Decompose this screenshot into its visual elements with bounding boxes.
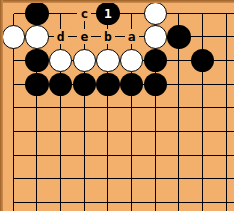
intersection-c3-r2[interactable]: d (49, 25, 73, 49)
intersection-c8-r2[interactable] (167, 25, 191, 49)
intersection-c1-r3[interactable] (2, 49, 26, 73)
board-frame-top (0, 0, 234, 3)
go-diagram: c1deba (0, 0, 234, 211)
white-stone (144, 25, 167, 48)
intersection-c6-r6[interactable] (120, 120, 144, 144)
intersection-c6-r2[interactable]: a (120, 25, 144, 49)
intersection-c7-r1[interactable] (143, 2, 167, 26)
intersection-c8-r3[interactable] (167, 49, 191, 73)
intersection-c3-r3[interactable] (49, 49, 73, 73)
white-stone (49, 49, 72, 72)
white-stone (96, 49, 119, 72)
intersection-c8-r9[interactable] (167, 191, 191, 211)
go-board: c1deba (2, 2, 235, 212)
intersection-c1-r9[interactable] (2, 191, 26, 211)
intersection-c1-r5[interactable] (2, 96, 26, 120)
black-stone (96, 73, 119, 96)
intersection-c3-r4[interactable] (49, 72, 73, 96)
intersection-c9-r3[interactable] (191, 49, 215, 73)
intersection-c8-r7[interactable] (167, 143, 191, 167)
intersection-c10-r1[interactable] (214, 2, 234, 26)
intersection-c2-r3[interactable] (25, 49, 49, 73)
black-stone (120, 73, 143, 96)
intersection-c6-r7[interactable] (120, 143, 144, 167)
intersection-c4-r7[interactable] (72, 143, 96, 167)
intersection-c7-r7[interactable] (143, 143, 167, 167)
intersection-c7-r2[interactable] (143, 25, 167, 49)
intersection-c1-r1[interactable] (2, 2, 26, 26)
intersection-c5-r1[interactable]: 1 (96, 2, 120, 26)
intersection-c7-r4[interactable] (143, 72, 167, 96)
intersection-c1-r7[interactable] (2, 143, 26, 167)
intersection-c5-r3[interactable] (96, 49, 120, 73)
intersection-c5-r2[interactable]: b (96, 25, 120, 49)
intersection-c8-r4[interactable] (167, 72, 191, 96)
intersection-c10-r8[interactable] (214, 167, 234, 191)
intersection-c3-r5[interactable] (49, 96, 73, 120)
intersection-c4-r6[interactable] (72, 120, 96, 144)
move-number: 1 (104, 6, 112, 19)
black-stone (49, 73, 72, 96)
intersection-c7-r8[interactable] (143, 167, 167, 191)
intersection-c1-r2[interactable] (2, 25, 26, 49)
intersection-c10-r5[interactable] (214, 96, 234, 120)
intersection-c2-r8[interactable] (25, 167, 49, 191)
intersection-c3-r1[interactable] (49, 2, 73, 26)
intersection-c3-r7[interactable] (49, 143, 73, 167)
intersection-c7-r5[interactable] (143, 96, 167, 120)
intersection-c2-r2[interactable] (25, 25, 49, 49)
point-label-c: c (77, 6, 91, 21)
intersection-c5-r8[interactable] (96, 167, 120, 191)
black-stone (25, 49, 48, 72)
intersection-c6-r3[interactable] (120, 49, 144, 73)
point-label-b: b (101, 29, 115, 44)
black-stone (73, 73, 96, 96)
black-stone (167, 25, 190, 48)
white-stone (120, 49, 143, 72)
intersection-c7-r3[interactable] (143, 49, 167, 73)
intersection-c3-r6[interactable] (49, 120, 73, 144)
intersection-c4-r2[interactable]: e (72, 25, 96, 49)
black-stone (25, 2, 48, 25)
intersection-c3-r9[interactable] (49, 191, 73, 211)
intersection-c2-r5[interactable] (25, 96, 49, 120)
intersection-c8-r5[interactable] (167, 96, 191, 120)
white-stone (144, 2, 167, 25)
intersection-c9-r5[interactable] (191, 96, 215, 120)
black-stone (144, 73, 167, 96)
intersection-c2-r6[interactable] (25, 120, 49, 144)
intersection-c10-r2[interactable] (214, 25, 234, 49)
intersection-c8-r1[interactable] (167, 2, 191, 26)
intersection-c4-r3[interactable] (72, 49, 96, 73)
intersection-c9-r2[interactable] (191, 25, 215, 49)
intersection-c7-r9[interactable] (143, 191, 167, 211)
intersection-c4-r8[interactable] (72, 167, 96, 191)
intersection-c5-r6[interactable] (96, 120, 120, 144)
intersection-c9-r4[interactable] (191, 72, 215, 96)
intersection-c1-r8[interactable] (2, 167, 26, 191)
black-stone (144, 49, 167, 72)
point-label-a: a (125, 29, 139, 44)
intersection-c6-r4[interactable] (120, 72, 144, 96)
intersection-c1-r6[interactable] (2, 120, 26, 144)
intersection-c7-r6[interactable] (143, 120, 167, 144)
intersection-c10-r6[interactable] (214, 120, 234, 144)
intersection-c4-r1[interactable]: c (72, 2, 96, 26)
white-stone (25, 25, 48, 48)
intersection-c9-r6[interactable] (191, 120, 215, 144)
intersection-c6-r1[interactable] (120, 2, 144, 26)
intersection-c5-r7[interactable] (96, 143, 120, 167)
intersection-c9-r9[interactable] (191, 191, 215, 211)
intersection-c5-r9[interactable] (96, 191, 120, 211)
intersection-c1-r4[interactable] (2, 72, 26, 96)
intersection-c8-r6[interactable] (167, 120, 191, 144)
point-label-e: e (77, 29, 91, 44)
intersection-c4-r9[interactable] (72, 191, 96, 211)
intersection-c2-r7[interactable] (25, 143, 49, 167)
intersection-c4-r4[interactable] (72, 72, 96, 96)
intersection-c9-r1[interactable] (191, 2, 215, 26)
intersection-c6-r8[interactable] (120, 167, 144, 191)
board-frame-left (0, 0, 3, 211)
white-stone (73, 49, 96, 72)
intersection-c4-r5[interactable] (72, 96, 96, 120)
intersection-c5-r4[interactable] (96, 72, 120, 96)
intersection-c10-r3[interactable] (214, 49, 234, 73)
intersection-c6-r9[interactable] (120, 191, 144, 211)
black-stone-move-1: 1 (96, 2, 119, 25)
intersection-c2-r1[interactable] (25, 2, 49, 26)
intersection-c2-r4[interactable] (25, 72, 49, 96)
intersection-c10-r4[interactable] (214, 72, 234, 96)
intersection-c3-r8[interactable] (49, 167, 73, 191)
intersection-c5-r5[interactable] (96, 96, 120, 120)
intersection-c9-r8[interactable] (191, 167, 215, 191)
intersection-c6-r5[interactable] (120, 96, 144, 120)
intersection-c8-r8[interactable] (167, 167, 191, 191)
intersection-c9-r7[interactable] (191, 143, 215, 167)
white-stone (2, 25, 25, 48)
black-stone (191, 49, 214, 72)
black-stone (25, 73, 48, 96)
point-label-d: d (54, 29, 68, 44)
intersection-c10-r9[interactable] (214, 191, 234, 211)
intersection-c10-r7[interactable] (214, 143, 234, 167)
intersection-c2-r9[interactable] (25, 191, 49, 211)
